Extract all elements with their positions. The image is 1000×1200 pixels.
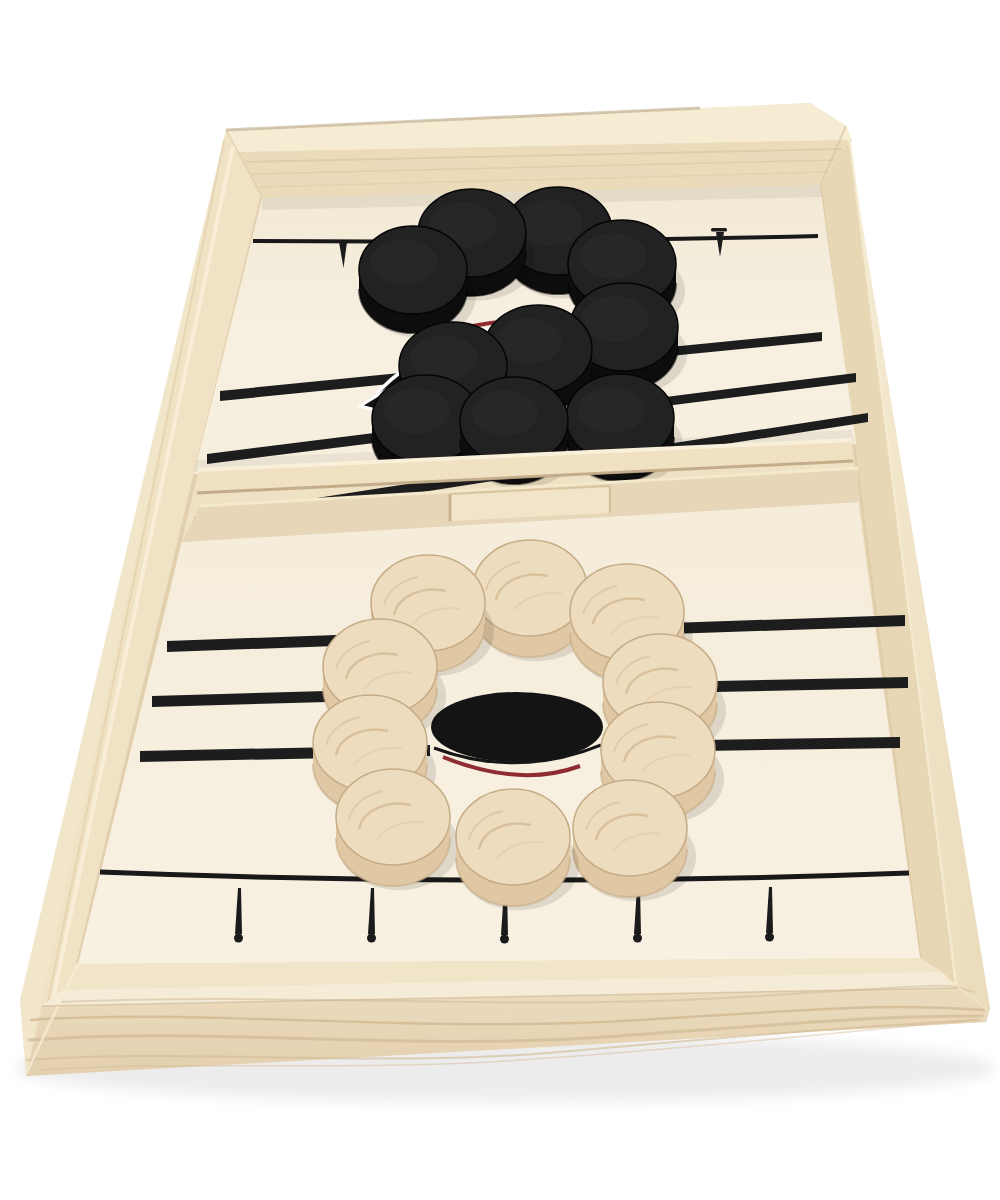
sling-puck-board-photo: [0, 0, 1000, 1200]
